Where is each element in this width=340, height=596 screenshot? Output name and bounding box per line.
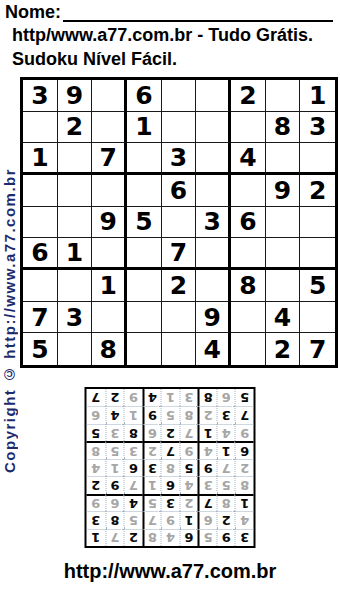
sudoku-cell: 3: [162, 143, 197, 175]
sudoku-cell: [162, 80, 197, 112]
solution-cell: 9: [179, 441, 198, 458]
sudoku-cell: [58, 333, 93, 365]
solution-cell: 9: [235, 424, 254, 441]
sudoku-cell: 4: [231, 143, 266, 175]
solution-cell: 1: [198, 424, 217, 441]
sudoku-cell: [127, 238, 162, 270]
solution-cell: 1: [124, 406, 143, 423]
solution-cell: 8: [105, 511, 124, 528]
sudoku-cell: 5: [300, 270, 335, 302]
solution-cell: 2: [179, 494, 198, 511]
solution-cell: 3: [198, 476, 217, 493]
sudoku-board: 396212183173469295366171285739458427: [20, 77, 338, 368]
solution-cell: 8: [124, 424, 143, 441]
sudoku-cell: 1: [58, 238, 93, 270]
sudoku-cell: [300, 143, 335, 175]
sudoku-cell: [300, 238, 335, 270]
sudoku-cell: 7: [92, 143, 127, 175]
solution-cell: 7: [124, 476, 143, 493]
sudoku-cell: 6: [23, 238, 58, 270]
name-row: Nome:: [5, 2, 333, 22]
solution-cell: 4: [216, 424, 235, 441]
sudoku-cell: 3: [300, 112, 335, 144]
sudoku-cell: [196, 270, 231, 302]
solution-cell: 8: [87, 441, 106, 458]
solution-cell: 5: [161, 406, 180, 423]
solution-cell: 1: [161, 389, 180, 406]
sudoku-cell: [23, 112, 58, 144]
solution-cell: 6: [179, 529, 198, 546]
solution-cell: 7: [235, 406, 254, 423]
solution-cell: 5: [235, 389, 254, 406]
solution-cell: 8: [216, 494, 235, 511]
sudoku-page: Nome: http/www.a77.com.br - Tudo Grátis.…: [0, 0, 340, 596]
sudoku-cell: [58, 207, 93, 239]
sudoku-cell: [92, 302, 127, 334]
sudoku-cell: [92, 238, 127, 270]
sudoku-cell: 6: [231, 207, 266, 239]
solution-cell: 2: [235, 459, 254, 476]
solution-cell: 6: [105, 494, 124, 511]
solution-cell: 8: [198, 389, 217, 406]
solution-cell: 6: [161, 476, 180, 493]
sudoku-cell: 2: [266, 333, 301, 365]
sudoku-cell: 5: [127, 207, 162, 239]
sudoku-cell: [127, 302, 162, 334]
solution-cell: 5: [105, 441, 124, 458]
solution-cell: 7: [105, 529, 124, 546]
solution-cell: 9: [124, 389, 143, 406]
sudoku-cell: [162, 333, 197, 365]
sudoku-cell: [92, 80, 127, 112]
sudoku-cell: 2: [231, 80, 266, 112]
solution-board-rotated: 3956482714261975831872354698534617922795…: [85, 387, 256, 548]
sudoku-cell: 3: [23, 80, 58, 112]
sudoku-cell: [162, 302, 197, 334]
sudoku-cell: 6: [162, 175, 197, 207]
sudoku-cell: [196, 112, 231, 144]
sudoku-cell: 2: [300, 175, 335, 207]
solution-cell: 2: [142, 441, 161, 458]
solution-cell: 6: [235, 441, 254, 458]
sudoku-cell: [266, 143, 301, 175]
solution-cell: 6: [142, 424, 161, 441]
sudoku-cell: [162, 207, 197, 239]
solution-cell: 5: [142, 494, 161, 511]
sudoku-cell: [162, 112, 197, 144]
solution-cell: 4: [198, 441, 217, 458]
sudoku-cell: [127, 143, 162, 175]
name-blank-line: [63, 2, 333, 22]
solution-cell: 3: [161, 494, 180, 511]
solution-cell: 4: [87, 459, 106, 476]
sudoku-cell: 8: [92, 333, 127, 365]
solution-cell: 8: [142, 529, 161, 546]
sudoku-cell: [266, 80, 301, 112]
solution-cell: 4: [142, 389, 161, 406]
sudoku-cell: [23, 207, 58, 239]
solution-cell: 2: [161, 424, 180, 441]
sudoku-cell: [127, 270, 162, 302]
sudoku-cell: [58, 175, 93, 207]
footer-url: http://www.a77.com.br: [0, 560, 340, 583]
solution-cell: 5: [198, 529, 217, 546]
solution-cell: 7: [161, 441, 180, 458]
solution-cell: 7: [179, 424, 198, 441]
sudoku-cell: [127, 175, 162, 207]
solution-cell: 1: [142, 476, 161, 493]
sudoku-cell: 8: [231, 270, 266, 302]
solution-cell: 8: [179, 406, 198, 423]
solution-cell: 3: [105, 424, 124, 441]
solution-cell: 4: [124, 494, 143, 511]
site-header: http/www.a77.com.br - Tudo Grátis.: [12, 25, 313, 46]
name-label: Nome:: [5, 2, 61, 22]
solution-cell: 2: [198, 406, 217, 423]
solution-cell: 1: [179, 511, 198, 528]
solution-cell: 6: [216, 389, 235, 406]
sudoku-cell: 5: [23, 333, 58, 365]
sudoku-cell: 9: [266, 175, 301, 207]
solution-cell: 1: [235, 494, 254, 511]
solution-cell: 3: [179, 389, 198, 406]
solution-cell: 9: [216, 529, 235, 546]
sudoku-cell: 1: [23, 143, 58, 175]
copyright-text: Copyright © http://www.a77.com.br: [1, 83, 20, 473]
puzzle-title: Sudoku Nível Fácil.: [12, 49, 177, 70]
solution-cell: 3: [124, 441, 143, 458]
solution-cell: 4: [105, 406, 124, 423]
solution-cell: 5: [124, 511, 143, 528]
solution-cell: 3: [142, 459, 161, 476]
sudoku-cell: [196, 238, 231, 270]
solution-cell: 9: [198, 459, 217, 476]
sudoku-cell: [127, 333, 162, 365]
solution-cell: 7: [216, 459, 235, 476]
sudoku-cell: 9: [196, 302, 231, 334]
sudoku-cell: 9: [92, 207, 127, 239]
sudoku-cell: 4: [196, 333, 231, 365]
solution-cell: 7: [198, 494, 217, 511]
sudoku-cell: 7: [162, 238, 197, 270]
sudoku-cell: [231, 112, 266, 144]
solution-cell: 9: [87, 494, 106, 511]
sudoku-cell: 7: [300, 333, 335, 365]
sudoku-cell: 7: [23, 302, 58, 334]
sudoku-cell: [266, 238, 301, 270]
solution-cell: 7: [87, 389, 106, 406]
solution-cell: 4: [161, 529, 180, 546]
solution-cell: 2: [124, 529, 143, 546]
sudoku-cell: [266, 207, 301, 239]
solution-cell: 4: [235, 511, 254, 528]
solution-cell: 6: [87, 406, 106, 423]
sudoku-cell: [300, 302, 335, 334]
sudoku-cell: 1: [92, 270, 127, 302]
solution-cell: 8: [235, 476, 254, 493]
sudoku-cell: [231, 302, 266, 334]
solution-cell: 8: [161, 459, 180, 476]
solution-cell: 5: [216, 476, 235, 493]
solution-cell: 9: [161, 511, 180, 528]
solution-cell: 3: [87, 511, 106, 528]
solution-cell: 7: [142, 511, 161, 528]
solution-cell: 6: [124, 459, 143, 476]
sudoku-cell: [266, 270, 301, 302]
solution-cell: 1: [87, 529, 106, 546]
solution-cell: 5: [87, 424, 106, 441]
sudoku-cell: [23, 175, 58, 207]
sudoku-cell: [196, 175, 231, 207]
solution-cell: 1: [216, 441, 235, 458]
solution-cell: 2: [216, 511, 235, 528]
solution-cell: 2: [87, 476, 106, 493]
solution-cell: 9: [142, 406, 161, 423]
sudoku-cell: 6: [127, 80, 162, 112]
sudoku-cell: [92, 112, 127, 144]
solution-cell: 6: [198, 511, 217, 528]
sudoku-cell: [196, 80, 231, 112]
sudoku-cell: [231, 238, 266, 270]
solution-cell: 3: [235, 529, 254, 546]
sudoku-cell: 2: [58, 112, 93, 144]
solution-cell: 4: [179, 476, 198, 493]
sudoku-cell: 9: [58, 80, 93, 112]
sudoku-cell: [300, 207, 335, 239]
sudoku-cell: 4: [266, 302, 301, 334]
sudoku-cell: [92, 175, 127, 207]
solution-cell: 9: [105, 476, 124, 493]
sudoku-cell: 1: [300, 80, 335, 112]
sudoku-cell: [23, 270, 58, 302]
solution-cell: 3: [216, 406, 235, 423]
sudoku-cell: 1: [127, 112, 162, 144]
solution-cell: 1: [105, 459, 124, 476]
sudoku-cell: [231, 175, 266, 207]
sudoku-cell: 2: [162, 270, 197, 302]
sudoku-cell: 3: [196, 207, 231, 239]
solution-cell: 2: [105, 389, 124, 406]
solution-cell: 5: [179, 459, 198, 476]
sudoku-cell: [58, 143, 93, 175]
sudoku-cell: [196, 143, 231, 175]
sudoku-cell: [231, 333, 266, 365]
sudoku-cell: [58, 270, 93, 302]
sudoku-cell: 3: [58, 302, 93, 334]
sudoku-cell: 8: [266, 112, 301, 144]
